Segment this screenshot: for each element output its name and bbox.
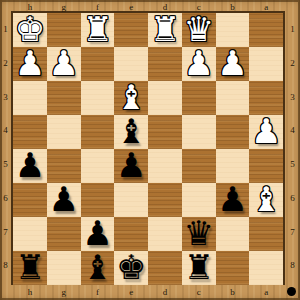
square-e4[interactable]: ♝: [114, 115, 148, 149]
chess-diagram: ♚♜♜♛♟♟♟♟♝♝♟♟♟♟♟♝♟♛♜♝♚♜ hgfedcbahgfedcba1…: [0, 0, 300, 300]
square-a5[interactable]: [249, 149, 283, 183]
square-d7[interactable]: [148, 217, 182, 251]
top-coordinate-label-f: f: [81, 0, 115, 13]
bottom-coordinate-label-g: g: [47, 285, 81, 300]
top-coordinate-label-a: a: [249, 0, 283, 13]
left-coordinate-label-2: 2: [0, 47, 11, 81]
square-h2[interactable]: ♟: [13, 47, 47, 81]
square-e7[interactable]: [114, 217, 148, 251]
square-d6[interactable]: [148, 183, 182, 217]
square-f5[interactable]: [81, 149, 115, 183]
right-coordinate-label-1: 1: [285, 13, 300, 47]
square-g7[interactable]: [47, 217, 81, 251]
square-e8[interactable]: ♚: [114, 251, 148, 285]
square-c8[interactable]: ♜: [182, 251, 216, 285]
right-coordinate-label-2: 2: [285, 47, 300, 81]
square-h8[interactable]: ♜: [13, 251, 47, 285]
square-a6[interactable]: ♝: [249, 183, 283, 217]
top-coordinate-label-d: d: [148, 0, 182, 13]
square-h6[interactable]: [13, 183, 47, 217]
square-e3[interactable]: ♝: [114, 81, 148, 115]
square-a1[interactable]: [249, 13, 283, 47]
square-f2[interactable]: [81, 47, 115, 81]
square-d8[interactable]: [148, 251, 182, 285]
piece-black-pawn[interactable]: ♟: [217, 182, 247, 216]
square-a7[interactable]: [249, 217, 283, 251]
left-coordinate-label-7: 7: [0, 216, 11, 250]
square-g8[interactable]: [47, 251, 81, 285]
left-coordinate-label-5: 5: [0, 148, 11, 182]
piece-black-bishop[interactable]: ♝: [82, 250, 112, 284]
piece-white-pawn[interactable]: ♟: [183, 46, 213, 80]
square-f6[interactable]: [81, 183, 115, 217]
bottom-coordinate-label-d: d: [148, 285, 182, 300]
piece-black-pawn[interactable]: ♟: [82, 216, 112, 250]
piece-white-pawn[interactable]: ♟: [48, 46, 78, 80]
square-c4[interactable]: [182, 115, 216, 149]
square-d3[interactable]: [148, 81, 182, 115]
square-f7[interactable]: ♟: [81, 217, 115, 251]
bottom-coordinate-label-c: c: [182, 285, 216, 300]
piece-white-queen[interactable]: ♛: [183, 12, 213, 46]
square-g6[interactable]: ♟: [47, 183, 81, 217]
square-f8[interactable]: ♝: [81, 251, 115, 285]
square-d2[interactable]: [148, 47, 182, 81]
square-g4[interactable]: [47, 115, 81, 149]
square-e5[interactable]: ♟: [114, 149, 148, 183]
top-coordinate-label-g: g: [47, 0, 81, 13]
square-g5[interactable]: [47, 149, 81, 183]
bottom-coordinate-label-f: f: [81, 285, 115, 300]
square-g3[interactable]: [47, 81, 81, 115]
square-h3[interactable]: [13, 81, 47, 115]
square-g1[interactable]: [47, 13, 81, 47]
square-g2[interactable]: ♟: [47, 47, 81, 81]
square-e1[interactable]: [114, 13, 148, 47]
bottom-coordinate-label-b: b: [216, 285, 250, 300]
black-to-move-indicator-dot: [287, 287, 296, 296]
square-f4[interactable]: [81, 115, 115, 149]
square-b7[interactable]: [216, 217, 250, 251]
square-b4[interactable]: [216, 115, 250, 149]
top-coordinate-label-b: b: [216, 0, 250, 13]
left-coordinate-label-4: 4: [0, 114, 11, 148]
right-coordinate-label-3: 3: [285, 81, 300, 115]
left-coordinate-label-8: 8: [0, 249, 11, 283]
square-c7[interactable]: ♛: [182, 217, 216, 251]
square-d5[interactable]: [148, 149, 182, 183]
bottom-coordinate-label-e: e: [114, 285, 148, 300]
square-c2[interactable]: ♟: [182, 47, 216, 81]
top-coordinate-label-c: c: [182, 0, 216, 13]
board-grid: ♚♜♜♛♟♟♟♟♝♝♟♟♟♟♟♝♟♛♜♝♚♜: [11, 11, 285, 285]
piece-black-pawn[interactable]: ♟: [116, 148, 146, 182]
left-coordinate-label-1: 1: [0, 13, 11, 47]
piece-black-pawn[interactable]: ♟: [15, 148, 45, 182]
piece-black-rook[interactable]: ♜: [15, 250, 45, 284]
wooden-board-frame: ♚♜♜♛♟♟♟♟♝♝♟♟♟♟♟♝♟♛♜♝♚♜ hgfedcbahgfedcba1…: [0, 0, 300, 300]
piece-black-queen[interactable]: ♛: [183, 216, 213, 250]
piece-white-pawn[interactable]: ♟: [251, 114, 281, 148]
bottom-coordinate-label-h: h: [13, 285, 47, 300]
right-coordinate-label-7: 7: [285, 216, 300, 250]
square-a2[interactable]: [249, 47, 283, 81]
left-coordinate-label-3: 3: [0, 81, 11, 115]
square-e6[interactable]: [114, 183, 148, 217]
piece-white-pawn[interactable]: ♟: [217, 46, 247, 80]
square-b2[interactable]: ♟: [216, 47, 250, 81]
square-c3[interactable]: [182, 81, 216, 115]
right-coordinate-label-4: 4: [285, 114, 300, 148]
square-d4[interactable]: [148, 115, 182, 149]
square-b5[interactable]: [216, 149, 250, 183]
square-b3[interactable]: [216, 81, 250, 115]
square-a8[interactable]: [249, 251, 283, 285]
top-coordinate-label-h: h: [13, 0, 47, 13]
piece-white-bishop[interactable]: ♝: [251, 182, 281, 216]
right-coordinate-label-5: 5: [285, 148, 300, 182]
square-c1[interactable]: ♛: [182, 13, 216, 47]
bottom-coordinate-label-a: a: [249, 285, 283, 300]
square-f1[interactable]: ♜: [81, 13, 115, 47]
square-h4[interactable]: [13, 115, 47, 149]
right-coordinate-label-6: 6: [285, 182, 300, 216]
square-c5[interactable]: [182, 149, 216, 183]
square-a4[interactable]: ♟: [249, 115, 283, 149]
piece-white-bishop[interactable]: ♝: [116, 80, 146, 114]
piece-white-rook[interactable]: ♜: [150, 12, 180, 46]
square-h7[interactable]: [13, 217, 47, 251]
square-f3[interactable]: [81, 81, 115, 115]
square-c6[interactable]: [182, 183, 216, 217]
piece-black-bishop[interactable]: ♝: [116, 114, 146, 148]
left-coordinate-label-6: 6: [0, 182, 11, 216]
square-a3[interactable]: [249, 81, 283, 115]
square-b1[interactable]: [216, 13, 250, 47]
piece-black-pawn[interactable]: ♟: [48, 182, 78, 216]
square-h1[interactable]: ♚: [13, 13, 47, 47]
piece-black-rook[interactable]: ♜: [183, 250, 213, 284]
right-coordinate-label-8: 8: [285, 249, 300, 283]
square-d1[interactable]: ♜: [148, 13, 182, 47]
piece-white-pawn[interactable]: ♟: [15, 46, 45, 80]
piece-white-king[interactable]: ♚: [15, 12, 45, 46]
square-b8[interactable]: [216, 251, 250, 285]
piece-black-king[interactable]: ♚: [116, 250, 146, 284]
square-h5[interactable]: ♟: [13, 149, 47, 183]
top-coordinate-label-e: e: [114, 0, 148, 13]
square-b6[interactable]: ♟: [216, 183, 250, 217]
square-e2[interactable]: [114, 47, 148, 81]
piece-white-rook[interactable]: ♜: [82, 12, 112, 46]
